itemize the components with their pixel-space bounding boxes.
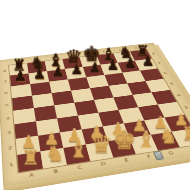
black-pawn[interactable]: ♟ bbox=[122, 57, 140, 71]
black-pawn[interactable]: ♟ bbox=[30, 68, 49, 82]
black-pawn[interactable]: ♟ bbox=[11, 70, 30, 84]
black-pawn[interactable]: ♟ bbox=[104, 59, 122, 73]
white-queen[interactable]: ♛ bbox=[90, 133, 113, 158]
square-d5[interactable] bbox=[71, 88, 94, 102]
square-f5[interactable] bbox=[109, 83, 133, 97]
scene: ABCDEFGH ABCDEFGH 87654321 87654321 ♜♞♝♛… bbox=[0, 0, 190, 190]
white-rook[interactable]: ♜ bbox=[178, 124, 190, 143]
square-c1[interactable]: ♝ bbox=[63, 145, 90, 165]
square-b5[interactable] bbox=[32, 93, 54, 108]
white-bishop[interactable]: ♝ bbox=[66, 139, 90, 161]
white-knight[interactable]: ♞ bbox=[157, 127, 180, 148]
white-king[interactable]: ♚ bbox=[112, 127, 135, 154]
square-a4[interactable] bbox=[13, 108, 36, 124]
black-pawn[interactable]: ♟ bbox=[68, 63, 87, 77]
white-bishop[interactable]: ♝ bbox=[135, 129, 158, 151]
chess-board: ABCDEFGH ABCDEFGH 87654321 87654321 ♜♞♝♛… bbox=[0, 43, 190, 187]
black-pawn[interactable]: ♟ bbox=[86, 61, 104, 75]
white-rook[interactable]: ♜ bbox=[19, 148, 43, 169]
white-knight[interactable]: ♞ bbox=[43, 143, 67, 165]
chess-set-photo: ABCDEFGH ABCDEFGH 87654321 87654321 ♜♞♝♛… bbox=[0, 0, 190, 190]
black-pawn[interactable]: ♟ bbox=[139, 55, 157, 69]
black-pawn[interactable]: ♟ bbox=[49, 65, 68, 79]
